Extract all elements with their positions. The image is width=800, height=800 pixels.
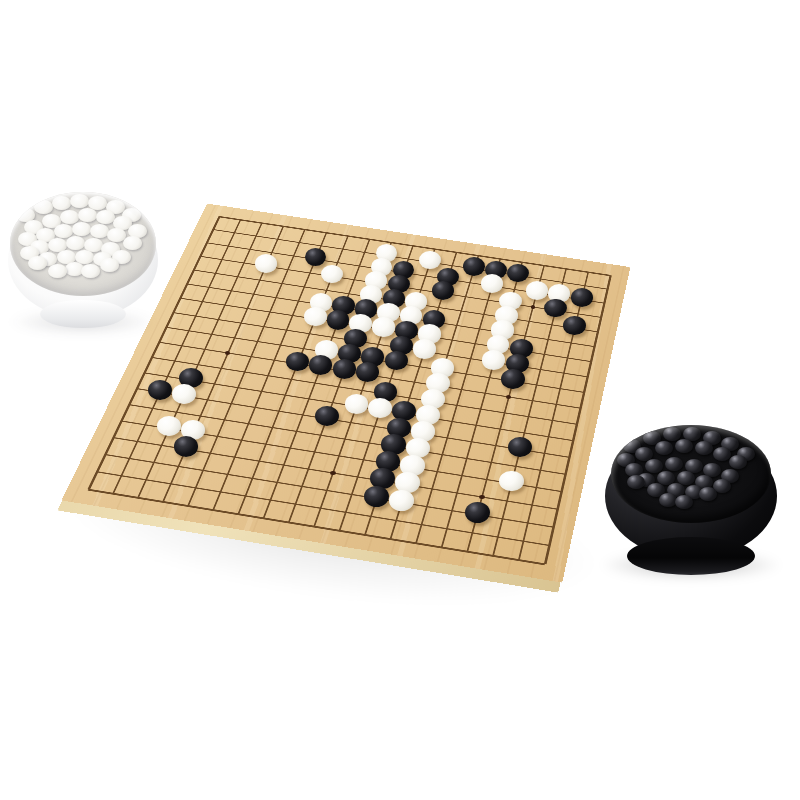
black-stone <box>385 351 408 371</box>
bowl-black-stone <box>699 487 717 501</box>
go-scene <box>0 0 800 800</box>
bowl-black-stone <box>645 459 663 473</box>
white-stone <box>304 307 327 326</box>
bowl-white-stone <box>34 200 53 214</box>
bowl-black-stone <box>729 455 747 469</box>
black-stone <box>571 288 593 307</box>
white-bowl-opening <box>10 192 156 296</box>
bowl-black-stone <box>655 441 673 455</box>
black-stone <box>174 436 198 457</box>
bowl-white-stone <box>100 258 119 272</box>
black-stone <box>315 406 339 426</box>
bowl-white-stone <box>48 264 67 278</box>
black-bowl-opening <box>611 425 771 523</box>
bowl-white-stone <box>81 264 100 278</box>
white-stone <box>419 251 441 269</box>
bowl-black-stone <box>675 495 693 509</box>
bowl-white-stone <box>123 236 142 250</box>
white-stone <box>499 471 523 492</box>
black-stone <box>286 352 309 372</box>
white-stone <box>321 265 343 284</box>
white-stone <box>413 339 436 358</box>
white-stone <box>482 350 505 369</box>
white-stone <box>372 317 395 336</box>
white-stone <box>345 394 369 414</box>
bowl-black-stone <box>665 457 683 471</box>
bowl-black-stone <box>675 439 693 453</box>
black-stone-bowl <box>605 425 777 577</box>
white-stone <box>255 254 277 273</box>
black-stone <box>501 369 524 389</box>
white-stone <box>481 274 503 293</box>
black-bowl-foot <box>627 537 755 575</box>
white-stone <box>172 384 196 404</box>
star-point <box>330 471 335 475</box>
bowl-white-stone <box>52 196 71 210</box>
bowl-black-stone <box>663 427 681 441</box>
black-stone <box>327 310 350 329</box>
black-stone <box>364 486 389 507</box>
bowl-white-stone <box>28 256 47 270</box>
white-stone <box>526 281 548 300</box>
bowl-black-stone <box>627 475 645 489</box>
bowl-white-stone <box>72 222 91 236</box>
black-stone <box>463 257 485 275</box>
black-stone <box>333 359 356 379</box>
bowl-black-stone <box>695 441 713 455</box>
black-stone <box>148 380 172 400</box>
bowl-black-stone <box>713 447 731 461</box>
bowl-white-stone <box>66 236 85 250</box>
white-bowl-foot <box>40 300 126 328</box>
bowl-white-stone <box>70 194 89 208</box>
black-stone <box>544 299 566 318</box>
white-stone <box>368 398 392 418</box>
star-point <box>479 495 484 499</box>
white-stone <box>389 490 414 511</box>
star-point <box>531 305 536 309</box>
white-stone-bowl <box>8 192 158 334</box>
black-stone <box>465 502 490 523</box>
bowl-white-stone <box>78 208 97 222</box>
